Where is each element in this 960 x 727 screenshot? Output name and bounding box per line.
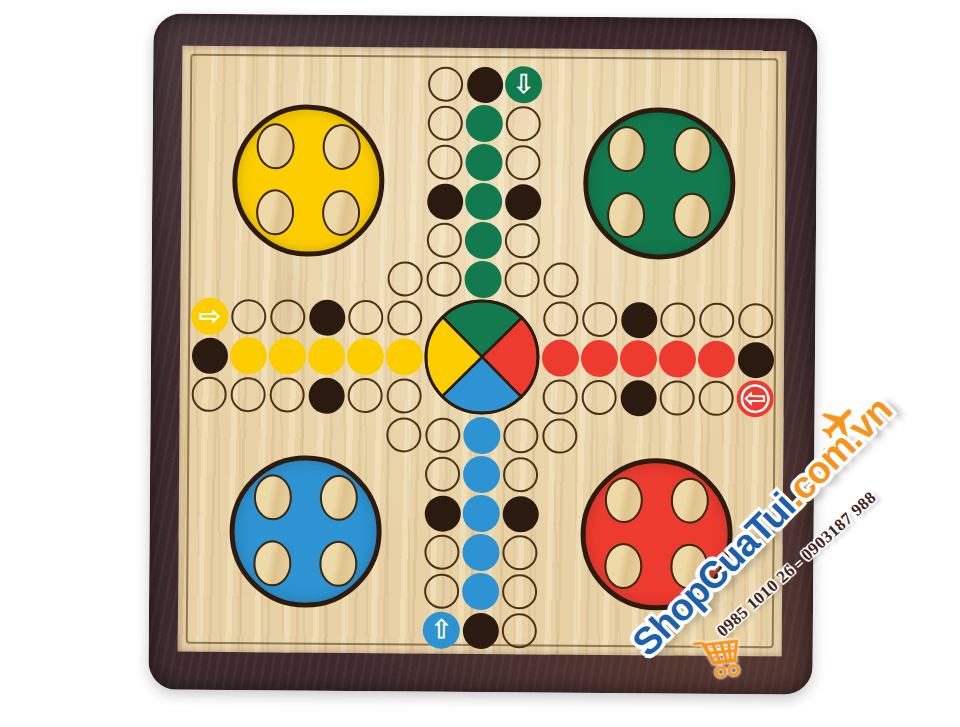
track-cell-r7c10 bbox=[541, 299, 580, 338]
track-cell-r12c9 bbox=[501, 494, 540, 533]
track-cell-r7c13 bbox=[658, 300, 697, 339]
track-cell-r14c7 bbox=[422, 572, 461, 611]
track-cell-r3c9 bbox=[503, 143, 542, 182]
track-cell-r6c10 bbox=[541, 260, 580, 299]
track-cell-r3c7 bbox=[425, 143, 464, 182]
track-cell-r10c7 bbox=[423, 416, 462, 455]
track-cell-r15c9 bbox=[500, 611, 539, 650]
track-cell-r9c11 bbox=[580, 378, 619, 417]
ludo-board-frame: ⇩⇨⇦⇧ bbox=[148, 13, 817, 694]
track-cell-r7c15 bbox=[736, 301, 775, 340]
product-photo: ⇩⇨⇦⇧ ShopCuaTui.com.vn 0985 1010 26 - 09… bbox=[0, 0, 960, 727]
track-cell-r1c9: ⇩ bbox=[504, 65, 543, 104]
track-cell-r6c9 bbox=[502, 260, 541, 299]
red-start-arrow-icon: ⇦ bbox=[744, 384, 767, 411]
track-cell-r7c14 bbox=[697, 301, 736, 340]
green-start-arrow-icon: ⇩ bbox=[512, 70, 535, 97]
track-cell-r11c7 bbox=[423, 455, 462, 494]
track-cell-r5c7 bbox=[425, 221, 464, 260]
track-cell-r6c7 bbox=[424, 260, 463, 299]
track-cell-r15c8 bbox=[461, 611, 500, 650]
track-cell-r13c9 bbox=[500, 533, 539, 572]
track-cell-r9c12 bbox=[619, 378, 658, 417]
track-cell-r4c8 bbox=[464, 182, 503, 221]
track-cell-r14c9 bbox=[500, 572, 539, 611]
track-cell-r8c3 bbox=[268, 336, 307, 375]
track-cell-r4c7 bbox=[425, 182, 464, 221]
track-cell-r9c1 bbox=[190, 375, 229, 414]
track-cell-r8c10 bbox=[541, 338, 580, 377]
track-cell-r14c8 bbox=[461, 572, 500, 611]
track-cell-r12c7 bbox=[423, 494, 462, 533]
track-cell-r11c8 bbox=[462, 455, 501, 494]
track-cell-r9c5 bbox=[346, 376, 385, 415]
track-cell-r8c12 bbox=[619, 339, 658, 378]
track-cell-r2c8 bbox=[465, 104, 504, 143]
track-cell-r9c4 bbox=[307, 376, 346, 415]
track-cell-r5c8 bbox=[464, 221, 503, 260]
track-cell-r7c4 bbox=[307, 298, 346, 337]
track-cell-r9c6 bbox=[385, 376, 424, 415]
track-cell-r7c5 bbox=[346, 298, 385, 337]
track-cell-r11c9 bbox=[501, 455, 540, 494]
track-cell-r9c13 bbox=[658, 378, 697, 417]
track-cell-r2c9 bbox=[504, 104, 543, 143]
track-cell-r8c15 bbox=[736, 340, 775, 379]
yellow-start-arrow-icon: ⇨ bbox=[198, 302, 221, 329]
track-cell-r9c3 bbox=[268, 375, 307, 414]
track-cell-r7c6 bbox=[385, 298, 424, 337]
track-cell-r2c7 bbox=[426, 104, 465, 143]
track-cell-r1c7 bbox=[426, 65, 465, 104]
track-cell-r9c2 bbox=[229, 375, 268, 414]
track-cell-r6c6 bbox=[385, 259, 424, 298]
track-cell-r9c14 bbox=[697, 379, 736, 418]
track-cell-r9c10 bbox=[541, 377, 580, 416]
track-cell-r7c1: ⇨ bbox=[190, 297, 229, 336]
track-cell-r8c6 bbox=[385, 337, 424, 376]
track-cell-r8c2 bbox=[229, 336, 268, 375]
track-cell-r7c11 bbox=[580, 300, 619, 339]
track-cell-r3c8 bbox=[464, 143, 503, 182]
track-cell-r12c8 bbox=[462, 494, 501, 533]
track-cell-r8c13 bbox=[658, 339, 697, 378]
track-cell-r10c8 bbox=[462, 416, 501, 455]
track-cell-r4c9 bbox=[503, 182, 542, 221]
track-cell-r13c7 bbox=[422, 533, 461, 572]
track-cell-r10c10 bbox=[540, 416, 579, 455]
airplane-icon bbox=[809, 393, 868, 452]
track-cell-r8c14 bbox=[697, 340, 736, 379]
track-cell-r1c8 bbox=[465, 65, 504, 104]
track-cell-r7c3 bbox=[268, 297, 307, 336]
track-cell-r7c12 bbox=[619, 300, 658, 339]
blue-start-arrow-icon: ⇧ bbox=[430, 616, 453, 643]
track-cell-r7c2 bbox=[229, 297, 268, 336]
track-cell-r8c1 bbox=[190, 336, 229, 375]
track-cell-r5c9 bbox=[503, 221, 542, 260]
track-cell-r9c15: ⇦ bbox=[736, 379, 775, 418]
track-cell-r15c7: ⇧ bbox=[422, 611, 461, 650]
track-cell-r10c9 bbox=[501, 416, 540, 455]
track-cell-r13c8 bbox=[461, 533, 500, 572]
track-cell-r8c11 bbox=[580, 339, 619, 378]
track-cell-r6c8 bbox=[463, 260, 502, 299]
track-cell-r8c4 bbox=[307, 337, 346, 376]
center-goal-circle bbox=[422, 297, 543, 418]
track-cell-r10c6 bbox=[384, 415, 423, 454]
track-cell-r8c5 bbox=[346, 337, 385, 376]
